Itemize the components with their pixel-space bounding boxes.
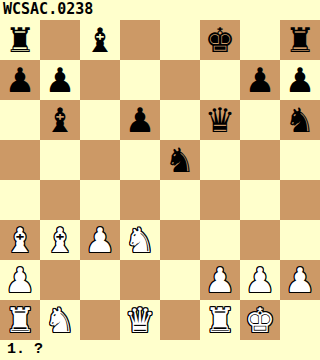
square-c4[interactable] [80, 180, 120, 220]
square-d6[interactable]: ♟ [120, 100, 160, 140]
square-f7[interactable] [200, 60, 240, 100]
square-a2[interactable]: ♟ [0, 260, 40, 300]
square-f8[interactable]: ♚ [200, 20, 240, 60]
square-f5[interactable] [200, 140, 240, 180]
piece-black-bishop[interactable]: ♝ [80, 20, 120, 60]
square-e5[interactable]: ♞ [160, 140, 200, 180]
square-h3[interactable] [280, 220, 320, 260]
square-d3[interactable]: ♞ [120, 220, 160, 260]
square-g3[interactable] [240, 220, 280, 260]
move-prompt: 1. ? [0, 340, 320, 360]
piece-black-pawn[interactable]: ♟ [40, 60, 80, 100]
piece-white-queen[interactable]: ♛ [120, 300, 160, 340]
square-a1[interactable]: ♜ [0, 300, 40, 340]
square-e8[interactable] [160, 20, 200, 60]
square-h8[interactable]: ♜ [280, 20, 320, 60]
piece-white-bishop[interactable]: ♝ [40, 220, 80, 260]
square-b1[interactable]: ♞ [40, 300, 80, 340]
piece-black-knight[interactable]: ♞ [160, 140, 200, 180]
piece-white-pawn[interactable]: ♟ [240, 260, 280, 300]
square-h7[interactable]: ♟ [280, 60, 320, 100]
square-b5[interactable] [40, 140, 80, 180]
square-g2[interactable]: ♟ [240, 260, 280, 300]
square-e3[interactable] [160, 220, 200, 260]
square-b3[interactable]: ♝ [40, 220, 80, 260]
square-b7[interactable]: ♟ [40, 60, 80, 100]
square-a5[interactable] [0, 140, 40, 180]
square-f4[interactable] [200, 180, 240, 220]
square-h6[interactable]: ♞ [280, 100, 320, 140]
piece-white-knight[interactable]: ♞ [40, 300, 80, 340]
square-e6[interactable] [160, 100, 200, 140]
square-a8[interactable]: ♜ [0, 20, 40, 60]
piece-black-pawn[interactable]: ♟ [120, 100, 160, 140]
square-b8[interactable] [40, 20, 80, 60]
piece-white-bishop[interactable]: ♝ [0, 220, 40, 260]
piece-black-pawn[interactable]: ♟ [0, 60, 40, 100]
square-h2[interactable]: ♟ [280, 260, 320, 300]
piece-black-knight[interactable]: ♞ [280, 100, 320, 140]
square-h4[interactable] [280, 180, 320, 220]
square-f6[interactable]: ♛ [200, 100, 240, 140]
piece-white-pawn[interactable]: ♟ [200, 260, 240, 300]
square-c7[interactable] [80, 60, 120, 100]
square-g6[interactable] [240, 100, 280, 140]
piece-white-pawn[interactable]: ♟ [280, 260, 320, 300]
square-b6[interactable]: ♝ [40, 100, 80, 140]
chess-board: ♜♝♚♜♟♟♟♟♝♟♛♞♞♝♝♟♞♟♟♟♟♜♞♛♜♚ [0, 20, 320, 340]
square-h1[interactable] [280, 300, 320, 340]
piece-white-pawn[interactable]: ♟ [0, 260, 40, 300]
square-c3[interactable]: ♟ [80, 220, 120, 260]
piece-black-king[interactable]: ♚ [200, 20, 240, 60]
piece-black-rook[interactable]: ♜ [280, 20, 320, 60]
piece-black-pawn[interactable]: ♟ [240, 60, 280, 100]
square-e2[interactable] [160, 260, 200, 300]
square-b2[interactable] [40, 260, 80, 300]
square-a7[interactable]: ♟ [0, 60, 40, 100]
square-f3[interactable] [200, 220, 240, 260]
square-d1[interactable]: ♛ [120, 300, 160, 340]
square-g5[interactable] [240, 140, 280, 180]
piece-white-rook[interactable]: ♜ [0, 300, 40, 340]
square-e4[interactable] [160, 180, 200, 220]
square-g8[interactable] [240, 20, 280, 60]
diagram-title: WCSAC.0238 [0, 0, 320, 20]
square-e1[interactable] [160, 300, 200, 340]
piece-black-queen[interactable]: ♛ [200, 100, 240, 140]
square-d5[interactable] [120, 140, 160, 180]
square-a4[interactable] [0, 180, 40, 220]
piece-white-rook[interactable]: ♜ [200, 300, 240, 340]
piece-white-pawn[interactable]: ♟ [80, 220, 120, 260]
square-f2[interactable]: ♟ [200, 260, 240, 300]
piece-white-knight[interactable]: ♞ [120, 220, 160, 260]
square-d4[interactable] [120, 180, 160, 220]
square-b4[interactable] [40, 180, 80, 220]
square-g4[interactable] [240, 180, 280, 220]
piece-black-bishop[interactable]: ♝ [40, 100, 80, 140]
square-d2[interactable] [120, 260, 160, 300]
square-g7[interactable]: ♟ [240, 60, 280, 100]
square-c5[interactable] [80, 140, 120, 180]
square-e7[interactable] [160, 60, 200, 100]
square-c6[interactable] [80, 100, 120, 140]
piece-black-pawn[interactable]: ♟ [280, 60, 320, 100]
square-d8[interactable] [120, 20, 160, 60]
piece-black-rook[interactable]: ♜ [0, 20, 40, 60]
piece-white-king[interactable]: ♚ [240, 300, 280, 340]
square-a3[interactable]: ♝ [0, 220, 40, 260]
square-a6[interactable] [0, 100, 40, 140]
square-c1[interactable] [80, 300, 120, 340]
square-c2[interactable] [80, 260, 120, 300]
chess-diagram-window: WCSAC.0238 ♜♝♚♜♟♟♟♟♝♟♛♞♞♝♝♟♞♟♟♟♟♜♞♛♜♚ 1.… [0, 0, 320, 360]
square-g1[interactable]: ♚ [240, 300, 280, 340]
square-h5[interactable] [280, 140, 320, 180]
square-d7[interactable] [120, 60, 160, 100]
square-f1[interactable]: ♜ [200, 300, 240, 340]
square-c8[interactable]: ♝ [80, 20, 120, 60]
